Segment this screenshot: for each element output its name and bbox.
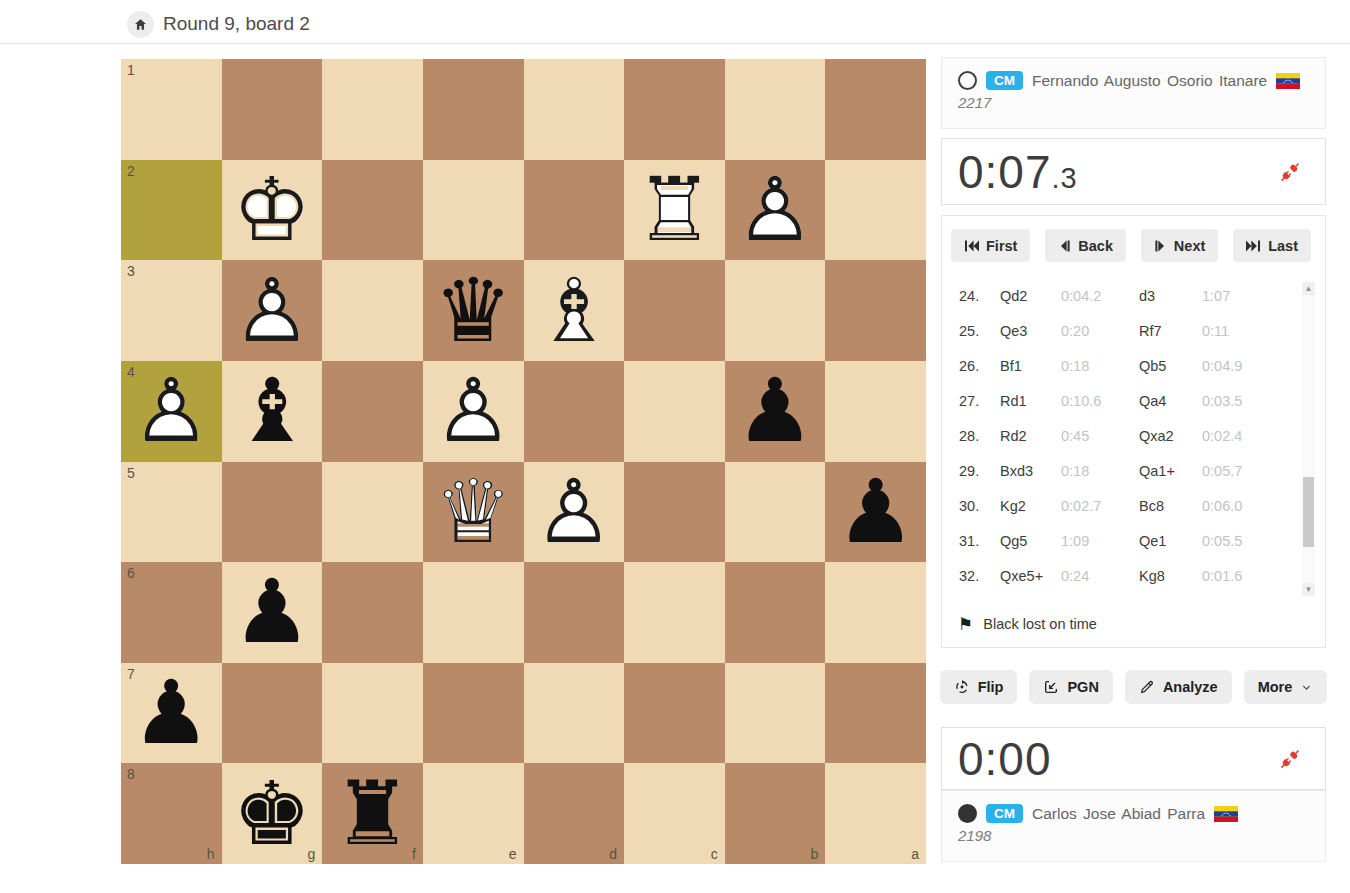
rank-label: 5 [127,465,135,481]
skip-to-last-icon [1246,239,1261,253]
move-time: 0:45 [1061,428,1139,444]
square-a4[interactable] [825,361,926,462]
square-b5[interactable] [725,462,826,563]
move-san[interactable]: Qa1+ [1139,463,1202,479]
move-list[interactable]: 24.Qd20:04.2d31:0725.Qe30:20Rf70:1126.Bf… [942,278,1295,593]
flip-board-button[interactable]: Flip [940,670,1018,704]
chess-board[interactable]: 12♚♔♜♖♟♙3♟♙♛♝♗4♟♙♝♟♙♟5♛♕♟♙♟6♟7♟8hg♚f♜edc… [121,59,926,864]
move-list-scrollbar[interactable]: ▲ ▼ [1302,282,1315,596]
square-c6[interactable] [624,562,725,663]
square-g3[interactable]: ♟♙ [222,260,323,361]
analyze-button[interactable]: Analyze [1125,670,1232,704]
white-clock: 0:07.3 [958,145,1078,199]
black-king[interactable]: ♚ [222,763,323,864]
square-a3[interactable] [825,260,926,361]
back-move-button[interactable]: Back [1045,229,1126,262]
last-move-button[interactable]: Last [1233,229,1311,262]
move-number: 32. [959,568,1000,584]
white-bishop[interactable]: ♝♗ [524,260,625,361]
file-label: e [509,846,517,862]
move-san[interactable]: Rd2 [1000,428,1061,444]
square-a6[interactable] [825,562,926,663]
square-g2[interactable]: ♚♔ [222,160,323,261]
black-bishop[interactable]: ♝ [222,361,323,462]
pgn-export-icon [1043,679,1059,695]
square-e8[interactable]: e [423,763,524,864]
first-move-button[interactable]: First [951,229,1030,262]
square-b3[interactable] [725,260,826,361]
white-pawn[interactable]: ♟♙ [121,361,222,462]
white-pawn[interactable]: ♟♙ [222,260,323,361]
square-f4[interactable] [322,361,423,462]
pgn-export-button[interactable]: PGN [1029,670,1112,704]
white-queen[interactable]: ♛♕ [423,462,524,563]
move-time: 0:04.9 [1202,358,1282,374]
square-f1[interactable] [322,59,423,160]
move-time: 1:07 [1202,288,1282,304]
square-h4[interactable]: 4♟♙ [121,361,222,462]
square-b6[interactable] [725,562,826,663]
move-time: 0:20 [1061,323,1139,339]
square-b7[interactable] [725,663,826,764]
square-d1[interactable] [524,59,625,160]
black-rook[interactable]: ♜ [322,763,423,864]
move-row[interactable]: 28.Rd20:45Qxa20:02.4 [942,418,1295,453]
square-e5[interactable]: ♛♕ [423,462,524,563]
home-button[interactable] [127,11,154,38]
move-san[interactable]: Bc8 [1139,498,1202,514]
file-label: h [207,846,215,862]
pencil-icon [1139,679,1155,695]
square-a7[interactable] [825,663,926,764]
move-san[interactable]: Kg2 [1000,498,1061,514]
header-divider [0,43,1350,44]
square-e7[interactable] [423,663,524,764]
square-h7[interactable]: 7♟ [121,663,222,764]
scroll-down-button[interactable]: ▼ [1302,583,1315,596]
square-g5[interactable] [222,462,323,563]
step-forward-icon [1154,239,1167,253]
move-number: 24. [959,288,1000,304]
square-b2[interactable]: ♟♙ [725,160,826,261]
white-color-indicator [958,71,977,90]
square-e3[interactable]: ♛ [423,260,524,361]
file-label: d [609,846,617,862]
move-time: 0:18 [1061,358,1139,374]
square-g1[interactable] [222,59,323,160]
square-f3[interactable] [322,260,423,361]
square-c1[interactable] [624,59,725,160]
move-san[interactable]: Qe3 [1000,323,1061,339]
step-back-icon [1058,239,1071,253]
square-a5[interactable]: ♟ [825,462,926,563]
result-text: Black lost on time [983,616,1097,632]
square-f6[interactable] [322,562,423,663]
move-san[interactable]: Qd2 [1000,288,1061,304]
square-c5[interactable] [624,462,725,563]
move-san[interactable]: Bf1 [1000,358,1061,374]
square-f5[interactable] [322,462,423,563]
square-e4[interactable]: ♟♙ [423,361,524,462]
black-player-name: Carlos Jose Abiad Parra [1032,805,1205,823]
black-pawn[interactable]: ♟ [825,462,926,563]
move-time: 0:02.7 [1061,498,1139,514]
move-number: 25. [959,323,1000,339]
file-label: a [911,846,919,862]
white-title-badge: CM [986,71,1023,90]
square-g4[interactable]: ♝ [222,361,323,462]
black-pawn[interactable]: ♟ [121,663,222,764]
square-d4[interactable] [524,361,625,462]
black-clock-panel: 0:00 [941,727,1326,790]
rank-label: 2 [127,163,135,179]
white-rating: 2217 [958,94,1309,111]
move-san[interactable]: Bxd3 [1000,463,1061,479]
white-pawn[interactable]: ♟♙ [423,361,524,462]
black-pawn[interactable]: ♟ [222,562,323,663]
move-san[interactable]: Rd1 [1000,393,1061,409]
scrollbar-thumb[interactable] [1303,477,1314,547]
move-san[interactable]: Rf7 [1139,323,1202,339]
move-time: 0:04.2 [1061,288,1139,304]
square-c8[interactable]: c [624,763,725,864]
move-number: 26. [959,358,1000,374]
white-pawn[interactable]: ♟♙ [725,160,826,261]
square-d6[interactable] [524,562,625,663]
square-f8[interactable]: f♜ [322,763,423,864]
square-g7[interactable] [222,663,323,764]
square-g6[interactable]: ♟ [222,562,323,663]
square-g8[interactable]: g♚ [222,763,323,864]
move-san[interactable]: Qe1 [1139,533,1202,549]
move-number: 30. [959,498,1000,514]
chevron-down-icon [1300,681,1313,694]
move-number: 29. [959,463,1000,479]
move-row[interactable]: 25.Qe30:20Rf70:11 [942,313,1295,348]
square-a1[interactable] [825,59,926,160]
black-clock: 0:00 [958,732,1052,786]
rank-label: 3 [127,263,135,279]
square-e2[interactable] [423,160,524,261]
move-row[interactable]: 30.Kg20:02.7Bc80:06.0 [942,488,1295,523]
black-player-panel: CM Carlos Jose Abiad Parra 2198 [941,790,1326,862]
disconnected-plug-icon [1277,159,1303,185]
actions-row: Flip PGN Analyze More [941,670,1326,704]
move-time: 0:02.4 [1202,428,1282,444]
square-c3[interactable] [624,260,725,361]
rank-label: 6 [127,565,135,581]
move-number: 31. [959,533,1000,549]
move-san[interactable]: Qg5 [1000,533,1061,549]
move-time: 0:06.0 [1202,498,1282,514]
move-time: 0:10.6 [1061,393,1139,409]
move-row[interactable]: 24.Qd20:04.2d31:07 [942,278,1295,313]
square-c7[interactable] [624,663,725,764]
move-time: 0:18 [1061,463,1139,479]
square-h3[interactable]: 3 [121,260,222,361]
skip-to-first-icon [964,239,979,253]
square-a8[interactable]: a [825,763,926,864]
white-clock-panel: 0:07.3 [941,138,1326,205]
more-button[interactable]: More [1244,670,1328,704]
square-d2[interactable] [524,160,625,261]
white-king[interactable]: ♚♔ [222,160,323,261]
white-rook[interactable]: ♜♖ [624,160,725,261]
flip-rotate-icon [954,679,970,695]
square-c2[interactable]: ♜♖ [624,160,725,261]
move-row[interactable]: 31.Qg51:09Qe10:05.5 [942,523,1295,558]
move-san[interactable]: Qxe5+ [1000,568,1061,584]
move-san[interactable]: d3 [1139,288,1202,304]
move-number: 27. [959,393,1000,409]
square-d3[interactable]: ♝♗ [524,260,625,361]
black-pawn[interactable]: ♟ [725,361,826,462]
black-queen[interactable]: ♛ [423,260,524,361]
white-pawn[interactable]: ♟♙ [524,462,625,563]
move-number: 28. [959,428,1000,444]
square-c4[interactable] [624,361,725,462]
page-title: Round 9, board 2 [163,13,310,35]
move-navigation: First Back Next Last [942,216,1325,262]
move-time: 0:05.5 [1202,533,1282,549]
rank-label: 8 [127,766,135,782]
square-b1[interactable] [725,59,826,160]
file-label: c [711,846,718,862]
move-time: 0:03.5 [1202,393,1282,409]
square-e1[interactable] [423,59,524,160]
result-flag-icon: ⚑ [958,614,973,634]
rank-label: 1 [127,62,135,78]
black-color-indicator [958,804,977,823]
square-d8[interactable]: d [524,763,625,864]
scroll-up-button[interactable]: ▲ [1302,282,1315,295]
square-h1[interactable]: 1 [121,59,222,160]
black-rating: 2198 [958,827,1309,844]
square-h5[interactable]: 5 [121,462,222,563]
move-time: 0:01.6 [1202,568,1282,584]
move-san[interactable]: Qb5 [1139,358,1202,374]
move-time: 0:24 [1061,568,1139,584]
move-row[interactable]: 29.Bxd30:18Qa1+0:05.7 [942,453,1295,488]
home-icon [133,17,148,32]
square-d5[interactable]: ♟♙ [524,462,625,563]
move-row[interactable]: 26.Bf10:18Qb50:04.9 [942,348,1295,383]
square-h2[interactable]: 2 [121,160,222,261]
move-row[interactable]: 32.Qxe5+0:24Kg80:01.6 [942,558,1295,593]
white-player-name: Fernando Augusto Osorio Itanare [1032,72,1267,90]
move-time: 0:05.7 [1202,463,1282,479]
moves-panel: First Back Next Last 24.Qd20:04.2d31:072… [941,215,1326,648]
square-h6[interactable]: 6 [121,562,222,663]
white-player-panel: CM Fernando Augusto Osorio Itanare 2217 [941,57,1326,129]
next-move-button[interactable]: Next [1141,229,1218,262]
move-san[interactable]: Qa4 [1139,393,1202,409]
square-b4[interactable]: ♟ [725,361,826,462]
square-b8[interactable]: b [725,763,826,864]
move-row[interactable]: 27.Rd10:10.6Qa40:03.5 [942,383,1295,418]
venezuela-flag-icon [1214,806,1238,822]
move-san[interactable]: Qxa2 [1139,428,1202,444]
file-label: b [811,846,819,862]
disconnected-plug-icon [1277,746,1303,772]
square-h8[interactable]: 8h [121,763,222,864]
square-e6[interactable] [423,562,524,663]
move-time: 0:11 [1202,323,1282,339]
move-san[interactable]: Kg8 [1139,568,1202,584]
square-d7[interactable] [524,663,625,764]
square-f7[interactable] [322,663,423,764]
move-time: 1:09 [1061,533,1139,549]
venezuela-flag-icon [1276,73,1300,89]
square-a2[interactable] [825,160,926,261]
square-f2[interactable] [322,160,423,261]
black-title-badge: CM [986,804,1023,823]
game-result-row: ⚑ Black lost on time [958,614,1097,634]
